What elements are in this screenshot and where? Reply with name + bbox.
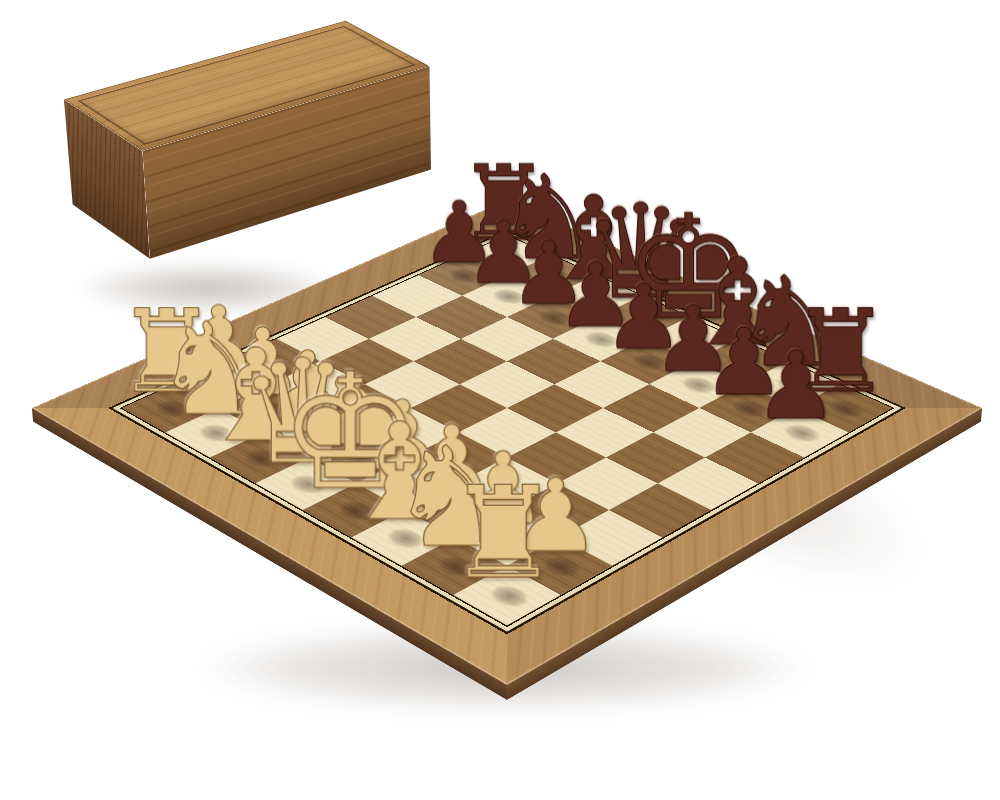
white-rook-glyph: ♜ (401, 470, 604, 597)
perspective-viewport: ♜♞♝♛♚♝♞♜♟♟♟♟♟♟♟♟♟♟♟♟♟♟♟♟♜♞♝♛♚♝♞♜ (0, 0, 1000, 800)
black-pawn-glyph: ♟ (721, 340, 871, 433)
board-squares-grid: ♜♞♝♛♚♝♞♜♟♟♟♟♟♟♟♟♟♟♟♟♟♟♟♟♜♞♝♛♚♝♞♜ (122, 235, 891, 625)
board-frame: ♜♞♝♛♚♝♞♜♟♟♟♟♟♟♟♟♟♟♟♟♟♟♟♟♜♞♝♛♚♝♞♜ (32, 200, 982, 685)
chess-board: ♜♞♝♛♚♝♞♜♟♟♟♟♟♟♟♟♟♟♟♟♟♟♟♟♜♞♝♛♚♝♞♜ (32, 200, 982, 685)
product-photo: ♜♞♝♛♚♝♞♜♟♟♟♟♟♟♟♟♟♟♟♟♟♟♟♟♜♞♝♛♚♝♞♜ (0, 0, 1000, 800)
board-playing-area: ♜♞♝♛♚♝♞♜♟♟♟♟♟♟♟♟♟♟♟♟♟♟♟♟♜♞♝♛♚♝♞♜ (108, 230, 906, 635)
square-h7: ♟ (751, 408, 849, 458)
square-h1: ♜ (454, 566, 561, 625)
